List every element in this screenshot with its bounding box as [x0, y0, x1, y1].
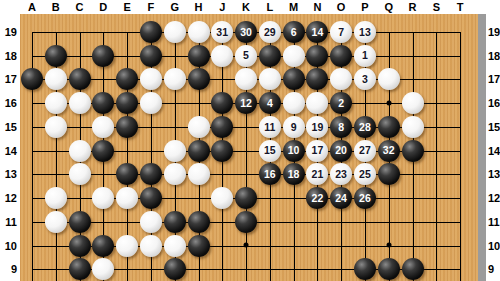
stone-D10-black[interactable]	[92, 235, 114, 257]
row-label-left-15: 15	[5, 121, 17, 132]
column-label-D: D	[99, 2, 107, 13]
stone-K12-black[interactable]	[235, 187, 257, 209]
row-label-right-17: 17	[488, 74, 500, 85]
column-label-E: E	[123, 2, 130, 13]
stone-H10-black[interactable]	[188, 235, 210, 257]
stone-O19-white[interactable]: 7	[330, 21, 352, 43]
grid-line-col-S	[436, 32, 437, 281]
stone-C10-black[interactable]	[69, 235, 91, 257]
stone-E16-black[interactable]	[116, 92, 138, 114]
stone-L17-white[interactable]	[259, 68, 281, 90]
stone-G14-white[interactable]	[164, 140, 186, 162]
column-label-O: O	[337, 2, 346, 13]
stone-F11-white[interactable]	[140, 211, 162, 233]
stone-D14-black[interactable]	[92, 140, 114, 162]
stone-M14-black[interactable]: 10	[283, 140, 305, 162]
stone-E17-black[interactable]	[116, 68, 138, 90]
column-label-B: B	[52, 2, 60, 13]
column-label-K: K	[242, 2, 250, 13]
column-label-S: S	[433, 2, 440, 13]
stone-K17-white[interactable]	[235, 68, 257, 90]
move-number: 18	[288, 169, 300, 180]
stone-H19-white[interactable]	[188, 21, 210, 43]
move-number: 30	[240, 27, 252, 38]
move-number: 28	[359, 122, 371, 133]
move-number: 23	[335, 169, 347, 180]
stone-B16-white[interactable]	[45, 92, 67, 114]
row-label-left-16: 16	[5, 98, 17, 109]
stone-O13-white[interactable]: 23	[330, 163, 352, 185]
row-label-left-13: 13	[5, 169, 17, 180]
stone-G19-white[interactable]	[164, 21, 186, 43]
row-label-right-10: 10	[488, 240, 500, 251]
stone-B15-white[interactable]	[45, 116, 67, 138]
stone-R14-black[interactable]	[402, 140, 424, 162]
move-number: 19	[312, 122, 324, 133]
stone-N18-black[interactable]	[306, 45, 328, 67]
stone-K16-black[interactable]: 12	[235, 92, 257, 114]
move-number: 17	[312, 145, 324, 156]
move-number: 1	[362, 50, 368, 61]
stone-J16-black[interactable]	[211, 92, 233, 114]
stone-O14-black[interactable]: 20	[330, 140, 352, 162]
stone-L16-black[interactable]: 4	[259, 92, 281, 114]
stone-F18-black[interactable]	[140, 45, 162, 67]
stone-E15-black[interactable]	[116, 116, 138, 138]
stone-P9-black[interactable]	[354, 258, 376, 280]
stone-N15-white[interactable]: 19	[306, 116, 328, 138]
stone-B18-black[interactable]	[45, 45, 67, 67]
stone-B11-white[interactable]	[45, 211, 67, 233]
move-number: 10	[288, 145, 300, 156]
move-number: 16	[264, 169, 276, 180]
stone-M18-white[interactable]	[283, 45, 305, 67]
stone-F10-white[interactable]	[140, 235, 162, 257]
stone-Q17-white[interactable]	[378, 68, 400, 90]
stone-N19-black[interactable]: 14	[306, 21, 328, 43]
move-number: 9	[291, 122, 297, 133]
stone-K18-white[interactable]: 5	[235, 45, 257, 67]
stone-P14-white[interactable]: 27	[354, 140, 376, 162]
stone-R16-white[interactable]	[402, 92, 424, 114]
move-number: 22	[312, 193, 324, 204]
row-label-right-9: 9	[488, 264, 494, 275]
board-edge-shadow	[478, 14, 486, 281]
stone-Q13-black[interactable]	[378, 163, 400, 185]
stone-Q15-black[interactable]	[378, 116, 400, 138]
stone-Q14-black[interactable]: 32	[378, 140, 400, 162]
stone-H18-black[interactable]	[188, 45, 210, 67]
move-number: 5	[243, 50, 249, 61]
stone-R15-white[interactable]	[402, 116, 424, 138]
row-label-left-11: 11	[5, 216, 17, 227]
stone-M13-black[interactable]: 18	[283, 163, 305, 185]
stone-J12-white[interactable]	[211, 187, 233, 209]
stone-M16-white[interactable]	[283, 92, 305, 114]
stone-P19-white[interactable]: 13	[354, 21, 376, 43]
column-label-G: G	[170, 2, 179, 13]
row-label-left-12: 12	[5, 193, 17, 204]
stone-A17-black[interactable]	[21, 68, 43, 90]
stone-L13-black[interactable]: 16	[259, 163, 281, 185]
grid-line-col-T	[460, 32, 461, 281]
move-number: 32	[383, 145, 395, 156]
move-number: 13	[359, 27, 371, 38]
column-label-N: N	[313, 2, 321, 13]
star-point-Q16	[386, 101, 391, 106]
stone-C9-black[interactable]	[69, 258, 91, 280]
stone-M15-white[interactable]: 9	[283, 116, 305, 138]
column-label-J: J	[219, 2, 225, 13]
stone-K11-black[interactable]	[235, 211, 257, 233]
stone-K19-black[interactable]: 30	[235, 21, 257, 43]
stone-C14-white[interactable]	[69, 140, 91, 162]
stone-J14-black[interactable]	[211, 140, 233, 162]
column-label-R: R	[409, 2, 417, 13]
move-number: 3	[362, 74, 368, 85]
stone-F13-black[interactable]	[140, 163, 162, 185]
stone-L15-white[interactable]: 11	[259, 116, 281, 138]
stone-C16-white[interactable]	[69, 92, 91, 114]
stone-M17-black[interactable]	[283, 68, 305, 90]
move-number: 7	[338, 27, 344, 38]
row-label-right-12: 12	[488, 193, 500, 204]
row-label-right-16: 16	[488, 98, 500, 109]
row-label-right-19: 19	[488, 27, 500, 38]
stone-L14-white[interactable]: 15	[259, 140, 281, 162]
stone-D9-white[interactable]	[92, 258, 114, 280]
stone-N12-black[interactable]: 22	[306, 187, 328, 209]
stone-N17-black[interactable]	[306, 68, 328, 90]
move-number: 24	[335, 193, 347, 204]
move-number: 29	[264, 27, 276, 38]
stone-L18-black[interactable]	[259, 45, 281, 67]
column-label-T: T	[457, 2, 464, 13]
column-label-C: C	[76, 2, 84, 13]
stone-F16-white[interactable]	[140, 92, 162, 114]
move-number: 12	[240, 98, 252, 109]
stone-M19-black[interactable]: 6	[283, 21, 305, 43]
stone-H14-black[interactable]	[188, 140, 210, 162]
stone-Q9-black[interactable]	[378, 258, 400, 280]
stone-H15-white[interactable]	[188, 116, 210, 138]
stone-L19-white[interactable]: 29	[259, 21, 281, 43]
stone-N16-white[interactable]	[306, 92, 328, 114]
row-label-right-11: 11	[488, 216, 500, 227]
stone-B12-white[interactable]	[45, 187, 67, 209]
stone-G10-white[interactable]	[164, 235, 186, 257]
stone-N13-white[interactable]: 21	[306, 163, 328, 185]
stone-P17-white[interactable]: 3	[354, 68, 376, 90]
stone-G11-black[interactable]	[164, 211, 186, 233]
row-label-right-13: 13	[488, 169, 500, 180]
row-label-left-17: 17	[5, 74, 17, 85]
move-number: 21	[312, 169, 324, 180]
stone-F19-black[interactable]	[140, 21, 162, 43]
stone-D12-white[interactable]	[92, 187, 114, 209]
star-point-K10	[244, 243, 249, 248]
row-label-left-10: 10	[5, 240, 17, 251]
stone-J19-white[interactable]: 31	[211, 21, 233, 43]
stone-O12-black[interactable]: 24	[330, 187, 352, 209]
move-number: 26	[359, 193, 371, 204]
stone-B17-white[interactable]	[45, 68, 67, 90]
move-number: 4	[267, 98, 273, 109]
stone-O15-black[interactable]: 8	[330, 116, 352, 138]
row-label-left-9: 9	[11, 264, 17, 275]
move-number: 15	[264, 145, 276, 156]
stone-G9-black[interactable]	[164, 258, 186, 280]
stone-O17-white[interactable]	[330, 68, 352, 90]
move-number: 2	[338, 98, 344, 109]
stone-R9-black[interactable]	[402, 258, 424, 280]
stone-P13-white[interactable]: 25	[354, 163, 376, 185]
stone-E10-white[interactable]	[116, 235, 138, 257]
stone-O18-black[interactable]	[330, 45, 352, 67]
stone-N14-white[interactable]: 17	[306, 140, 328, 162]
stone-J15-black[interactable]	[211, 116, 233, 138]
move-number: 11	[264, 122, 275, 133]
move-number: 25	[359, 169, 371, 180]
column-label-Q: Q	[384, 2, 393, 13]
row-label-right-18: 18	[488, 50, 500, 61]
move-number: 14	[312, 27, 324, 38]
stone-D18-black[interactable]	[92, 45, 114, 67]
stone-P12-black[interactable]: 26	[354, 187, 376, 209]
row-label-left-18: 18	[5, 50, 17, 61]
stone-E12-white[interactable]	[116, 187, 138, 209]
column-label-L: L	[266, 2, 273, 13]
stone-G13-white[interactable]	[164, 163, 186, 185]
row-label-right-15: 15	[488, 121, 500, 132]
stone-H17-black[interactable]	[188, 68, 210, 90]
stone-H11-black[interactable]	[188, 211, 210, 233]
move-number: 20	[335, 145, 347, 156]
stone-P15-black[interactable]: 28	[354, 116, 376, 138]
move-number: 6	[291, 27, 297, 38]
stone-F12-black[interactable]	[140, 187, 162, 209]
move-number: 8	[338, 122, 344, 133]
stone-G17-white[interactable]	[164, 68, 186, 90]
stone-C11-black[interactable]	[69, 211, 91, 233]
stone-J18-white[interactable]	[211, 45, 233, 67]
stone-C13-white[interactable]	[69, 163, 91, 185]
stone-D16-black[interactable]	[92, 92, 114, 114]
column-label-A: A	[28, 2, 36, 13]
go-board-window: ABCDEFGHJKLMNOPQRST191918181717161615151…	[0, 0, 500, 281]
stone-E13-black[interactable]	[116, 163, 138, 185]
star-point-Q10	[386, 243, 391, 248]
row-label-right-14: 14	[488, 145, 500, 156]
stone-F17-white[interactable]	[140, 68, 162, 90]
row-label-left-19: 19	[5, 27, 17, 38]
stone-P18-white[interactable]: 1	[354, 45, 376, 67]
move-number: 31	[216, 27, 228, 38]
column-label-M: M	[289, 2, 298, 13]
column-label-H: H	[195, 2, 203, 13]
move-number: 27	[359, 145, 371, 156]
stone-H13-white[interactable]	[188, 163, 210, 185]
column-label-P: P	[361, 2, 368, 13]
row-label-left-14: 14	[5, 145, 17, 156]
stone-C17-black[interactable]	[69, 68, 91, 90]
column-label-F: F	[148, 2, 155, 13]
stone-D15-white[interactable]	[92, 116, 114, 138]
stone-O16-black[interactable]: 2	[330, 92, 352, 114]
